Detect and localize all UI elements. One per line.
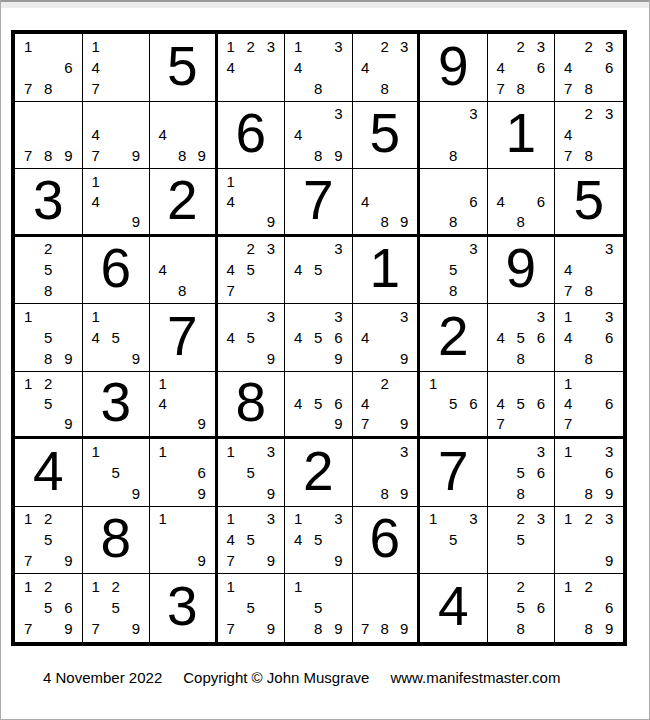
candidate-9: 9	[267, 621, 275, 636]
candidate-9: 9	[267, 214, 275, 229]
candidate-5: 5	[314, 262, 322, 277]
candidate-6: 6	[334, 396, 342, 411]
candidate-9: 9	[400, 621, 408, 636]
candidate-5: 5	[112, 600, 120, 615]
candidate-3: 3	[334, 511, 342, 526]
cell-r3c5[interactable]: 7	[285, 169, 353, 237]
cell-r8c2[interactable]: 8	[83, 507, 151, 575]
candidate-grid: 4569	[285, 372, 352, 437]
candidate-grid: 23478	[555, 102, 623, 169]
cell-r3c7[interactable]: 68	[420, 169, 488, 237]
candidate-8: 8	[517, 351, 525, 366]
candidate-3: 3	[400, 309, 408, 324]
cell-r9c6[interactable]: 789	[353, 574, 421, 642]
candidate-grid: 789	[15, 102, 82, 169]
candidate-5: 5	[112, 330, 120, 345]
candidate-7: 7	[361, 621, 369, 636]
candidate-grid: 149	[218, 169, 285, 234]
cell-r8c1[interactable]: 12579	[15, 507, 83, 575]
candidate-7: 7	[226, 553, 234, 568]
candidate-grid: 345	[285, 237, 352, 304]
candidate-2: 2	[585, 39, 593, 54]
candidate-1: 1	[564, 579, 572, 594]
cell-r7c3[interactable]: 169	[150, 439, 218, 507]
candidate-8: 8	[44, 81, 52, 96]
cell-r6c3[interactable]: 149	[150, 372, 218, 440]
candidate-grid: 13689	[555, 439, 623, 506]
candidate-grid: 234678	[555, 34, 623, 101]
candidate-9: 9	[64, 553, 72, 568]
cell-r5c6[interactable]: 349	[353, 304, 421, 372]
cell-r9c5[interactable]: 1589	[285, 574, 353, 642]
cell-r5c5[interactable]: 34569	[285, 304, 353, 372]
candidate-6: 6	[537, 465, 545, 480]
candidate-8: 8	[178, 283, 186, 298]
cell-r8c5[interactable]: 13459	[285, 507, 353, 575]
candidate-3: 3	[605, 39, 613, 54]
candidate-8: 8	[585, 283, 593, 298]
candidate-9: 9	[605, 621, 613, 636]
candidate-grid: 479	[83, 102, 150, 169]
cell-r4c1[interactable]: 258	[15, 237, 83, 305]
candidate-grid: 149	[150, 372, 215, 437]
cell-r7c2[interactable]: 159	[83, 439, 151, 507]
cell-r5c9[interactable]: 13468	[555, 304, 623, 372]
cell-r2c7[interactable]: 38	[420, 102, 488, 170]
candidate-grid: 258	[15, 237, 82, 304]
candidate-3: 3	[469, 106, 477, 121]
cell-value: 1	[369, 241, 400, 296]
candidate-9: 9	[605, 553, 613, 568]
candidate-grid: 789	[353, 574, 418, 642]
cell-r6c4[interactable]: 8	[218, 372, 286, 440]
cell-r3c9[interactable]: 5	[555, 169, 623, 237]
cell-r8c6[interactable]: 6	[353, 507, 421, 575]
sudoku-board: 1678147512341348234892346782346787894794…	[11, 30, 627, 646]
cell-r1c6[interactable]: 2348	[353, 34, 421, 102]
candidate-5: 5	[112, 465, 120, 480]
cell-r2c4[interactable]: 6	[218, 102, 286, 170]
candidate-9: 9	[267, 553, 275, 568]
candidate-9: 9	[400, 416, 408, 431]
candidate-4: 4	[361, 330, 369, 345]
candidate-4: 4	[361, 60, 369, 75]
cell-value: 2	[303, 444, 334, 499]
candidate-8: 8	[585, 486, 593, 501]
candidate-8: 8	[585, 351, 593, 366]
candidate-3: 3	[267, 241, 275, 256]
candidate-8: 8	[178, 148, 186, 163]
candidate-7: 7	[496, 416, 504, 431]
candidate-grid: 23457	[218, 237, 285, 304]
cell-value: 5	[573, 173, 604, 228]
candidate-3: 3	[537, 309, 545, 324]
candidate-grid: 4567	[488, 372, 555, 437]
candidate-1: 1	[226, 511, 234, 526]
candidate-9: 9	[132, 214, 140, 229]
cell-r5c1[interactable]: 1589	[15, 304, 83, 372]
cell-r3c2[interactable]: 149	[83, 169, 151, 237]
cell-value: 8	[100, 511, 131, 566]
candidate-2: 2	[44, 511, 52, 526]
cell-r7c8[interactable]: 3568	[488, 439, 556, 507]
candidate-3: 3	[605, 241, 613, 256]
candidate-6: 6	[469, 194, 477, 209]
cell-value: 5	[167, 39, 198, 94]
cell-r2c9[interactable]: 23478	[555, 102, 623, 170]
candidate-3: 3	[537, 444, 545, 459]
cell-value: 4	[33, 444, 64, 499]
cell-r4c5[interactable]: 345	[285, 237, 353, 305]
cell-r5c3[interactable]: 7	[150, 304, 218, 372]
cell-r6c9[interactable]: 1467	[555, 372, 623, 440]
candidate-1: 1	[159, 376, 167, 391]
candidate-8: 8	[44, 283, 52, 298]
candidate-grid: 358	[420, 237, 487, 304]
candidate-5: 5	[517, 600, 525, 615]
cell-r8c8[interactable]: 235	[488, 507, 556, 575]
candidate-5: 5	[449, 532, 457, 547]
candidate-5: 5	[44, 262, 52, 277]
candidate-1: 1	[226, 174, 234, 189]
candidate-5: 5	[44, 532, 52, 547]
cell-r1c2[interactable]: 147	[83, 34, 151, 102]
candidate-grid: 134579	[218, 507, 285, 574]
candidate-4: 4	[496, 396, 504, 411]
candidate-4: 4	[361, 194, 369, 209]
cell-r1c5[interactable]: 1348	[285, 34, 353, 102]
candidate-9: 9	[334, 148, 342, 163]
cell-r4c3[interactable]: 48	[150, 237, 218, 305]
cell-value: 2	[167, 173, 198, 228]
candidate-8: 8	[517, 214, 525, 229]
candidate-4: 4	[91, 127, 99, 142]
candidate-9: 9	[198, 416, 206, 431]
candidate-9: 9	[64, 148, 72, 163]
candidate-5: 5	[314, 396, 322, 411]
candidate-grid: 1459	[83, 304, 150, 371]
cell-r2c2[interactable]: 479	[83, 102, 151, 170]
candidate-4: 4	[226, 60, 234, 75]
candidate-grid: 489	[353, 169, 418, 234]
cell-r9c9[interactable]: 12689	[555, 574, 623, 642]
candidate-grid: 135	[420, 507, 487, 574]
candidate-5: 5	[314, 532, 322, 547]
candidate-9: 9	[334, 621, 342, 636]
candidate-grid: 34569	[285, 304, 352, 371]
candidate-3: 3	[267, 39, 275, 54]
candidate-4: 4	[294, 532, 302, 547]
candidate-1: 1	[91, 309, 99, 324]
candidate-5: 5	[517, 330, 525, 345]
candidate-7: 7	[361, 416, 369, 431]
candidate-2: 2	[44, 241, 52, 256]
cell-r3c6[interactable]: 489	[353, 169, 421, 237]
cell-r7c1[interactable]: 4	[15, 439, 83, 507]
cell-r8c7[interactable]: 135	[420, 507, 488, 575]
candidate-4: 4	[91, 60, 99, 75]
candidate-7: 7	[24, 81, 32, 96]
cell-r2c8[interactable]: 1	[488, 102, 556, 170]
candidate-9: 9	[334, 416, 342, 431]
candidate-5: 5	[247, 262, 255, 277]
cell-r7c7[interactable]: 7	[420, 439, 488, 507]
cell-value: 5	[369, 106, 400, 161]
cell-r1c3[interactable]: 5	[150, 34, 218, 102]
candidate-8: 8	[585, 621, 593, 636]
candidate-3: 3	[537, 39, 545, 54]
candidate-7: 7	[226, 283, 234, 298]
cell-r6c5[interactable]: 4569	[285, 372, 353, 440]
candidate-3: 3	[267, 511, 275, 526]
candidate-1: 1	[91, 174, 99, 189]
cell-r4c4[interactable]: 23457	[218, 237, 286, 305]
page-top-strip	[1, 0, 649, 8]
candidate-7: 7	[24, 621, 32, 636]
candidate-1: 1	[91, 444, 99, 459]
candidate-7: 7	[91, 621, 99, 636]
cell-value: 8	[235, 375, 266, 430]
candidate-9: 9	[334, 351, 342, 366]
candidate-9: 9	[605, 486, 613, 501]
candidate-grid: 1359	[218, 439, 285, 506]
candidate-9: 9	[400, 351, 408, 366]
candidate-1: 1	[564, 376, 572, 391]
candidate-9: 9	[198, 148, 206, 163]
candidate-4: 4	[159, 127, 167, 142]
cell-r4c9[interactable]: 3478	[555, 237, 623, 305]
candidate-6: 6	[537, 330, 545, 345]
cell-r3c1[interactable]: 3	[15, 169, 83, 237]
candidate-4: 4	[294, 60, 302, 75]
cell-r8c3[interactable]: 19	[150, 507, 218, 575]
candidate-grid: 1579	[218, 574, 285, 642]
candidate-9: 9	[198, 553, 206, 568]
cell-r6c8[interactable]: 4567	[488, 372, 556, 440]
cell-r5c7[interactable]: 2	[420, 304, 488, 372]
candidate-4: 4	[226, 262, 234, 277]
candidate-1: 1	[226, 444, 234, 459]
candidate-grid: 1234	[218, 34, 285, 101]
candidate-5: 5	[517, 465, 525, 480]
candidate-9: 9	[64, 416, 72, 431]
cell-r4c6[interactable]: 1	[353, 237, 421, 305]
cell-r5c2[interactable]: 1459	[83, 304, 151, 372]
candidate-4: 4	[91, 330, 99, 345]
candidate-3: 3	[605, 309, 613, 324]
candidate-5: 5	[517, 532, 525, 547]
candidate-6: 6	[605, 600, 613, 615]
candidate-5: 5	[247, 600, 255, 615]
cell-r1c7[interactable]: 9	[420, 34, 488, 102]
candidate-4: 4	[91, 194, 99, 209]
cell-r3c8[interactable]: 468	[488, 169, 556, 237]
candidate-4: 4	[361, 396, 369, 411]
candidate-1: 1	[91, 39, 99, 54]
candidate-grid: 34568	[488, 304, 555, 371]
candidate-2: 2	[517, 39, 525, 54]
cell-value: 3	[33, 173, 64, 228]
candidate-grid: 489	[150, 102, 215, 169]
cell-value: 7	[303, 173, 334, 228]
candidate-4: 4	[294, 262, 302, 277]
candidate-7: 7	[24, 553, 32, 568]
cell-r5c4[interactable]: 3459	[218, 304, 286, 372]
candidate-8: 8	[449, 148, 457, 163]
candidate-grid: 234678	[488, 34, 555, 101]
candidate-5: 5	[449, 262, 457, 277]
cell-r9c7[interactable]: 4	[420, 574, 488, 642]
candidate-6: 6	[334, 330, 342, 345]
cell-r9c2[interactable]: 12579	[83, 574, 151, 642]
candidate-3: 3	[334, 106, 342, 121]
cell-r2c1[interactable]: 789	[15, 102, 83, 170]
candidate-1: 1	[294, 39, 302, 54]
candidate-3: 3	[605, 106, 613, 121]
candidate-2: 2	[381, 376, 389, 391]
candidate-9: 9	[267, 486, 275, 501]
cell-r6c6[interactable]: 2479	[353, 372, 421, 440]
candidate-1: 1	[294, 579, 302, 594]
candidate-1: 1	[159, 511, 167, 526]
candidate-4: 4	[159, 262, 167, 277]
candidate-1: 1	[564, 309, 572, 324]
candidate-6: 6	[64, 60, 72, 75]
candidate-4: 4	[496, 194, 504, 209]
candidate-4: 4	[294, 396, 302, 411]
candidate-3: 3	[469, 241, 477, 256]
candidate-9: 9	[400, 214, 408, 229]
candidate-4: 4	[294, 330, 302, 345]
cell-value: 3	[100, 375, 131, 430]
candidate-8: 8	[44, 148, 52, 163]
cell-value: 2	[438, 309, 469, 364]
cell-r2c5[interactable]: 3489	[285, 102, 353, 170]
candidate-2: 2	[517, 511, 525, 526]
candidate-grid: 13468	[555, 304, 623, 371]
candidate-7: 7	[24, 148, 32, 163]
cell-r4c2[interactable]: 6	[83, 237, 151, 305]
cell-r1c4[interactable]: 1234	[218, 34, 286, 102]
cell-r6c7[interactable]: 156	[420, 372, 488, 440]
candidate-2: 2	[247, 241, 255, 256]
candidate-7: 7	[564, 81, 572, 96]
cell-r5c8[interactable]: 34568	[488, 304, 556, 372]
candidate-8: 8	[314, 148, 322, 163]
candidate-7: 7	[496, 81, 504, 96]
candidate-grid: 156	[420, 372, 487, 437]
cell-r3c4[interactable]: 149	[218, 169, 286, 237]
candidate-1: 1	[564, 511, 572, 526]
cell-value: 9	[438, 39, 469, 94]
candidate-grid: 149	[83, 169, 150, 234]
candidate-3: 3	[605, 511, 613, 526]
candidate-grid: 38	[420, 102, 487, 169]
candidate-grid: 2479	[353, 372, 418, 437]
cell-r6c2[interactable]: 3	[83, 372, 151, 440]
candidate-6: 6	[469, 396, 477, 411]
candidate-4: 4	[496, 330, 504, 345]
candidate-8: 8	[449, 214, 457, 229]
candidate-5: 5	[44, 600, 52, 615]
candidate-1: 1	[294, 511, 302, 526]
candidate-9: 9	[64, 351, 72, 366]
cell-r7c4[interactable]: 1359	[218, 439, 286, 507]
candidate-grid: 1589	[15, 304, 82, 371]
candidate-grid: 2348	[353, 34, 418, 101]
cell-r9c1[interactable]: 125679	[15, 574, 83, 642]
candidate-1: 1	[226, 39, 234, 54]
candidate-3: 3	[400, 444, 408, 459]
candidate-5: 5	[44, 396, 52, 411]
cell-r4c7[interactable]: 358	[420, 237, 488, 305]
candidate-7: 7	[564, 416, 572, 431]
cell-r7c9[interactable]: 13689	[555, 439, 623, 507]
candidate-6: 6	[605, 396, 613, 411]
cell-r2c3[interactable]: 489	[150, 102, 218, 170]
footer-website: www.manifestmaster.com	[390, 669, 560, 686]
cell-r9c4[interactable]: 1579	[218, 574, 286, 642]
cell-r8c4[interactable]: 134579	[218, 507, 286, 575]
candidate-2: 2	[585, 579, 593, 594]
candidate-3: 3	[334, 309, 342, 324]
cell-r6c1[interactable]: 1259	[15, 372, 83, 440]
candidate-2: 2	[381, 39, 389, 54]
candidate-9: 9	[198, 486, 206, 501]
candidate-6: 6	[537, 396, 545, 411]
cell-r1c9[interactable]: 234678	[555, 34, 623, 102]
cell-r1c1[interactable]: 1678	[15, 34, 83, 102]
cell-value: 1	[505, 106, 536, 161]
candidate-8: 8	[517, 81, 525, 96]
candidate-grid: 169	[150, 439, 215, 506]
cell-value: 6	[100, 241, 131, 296]
candidate-6: 6	[198, 465, 206, 480]
cell-r7c6[interactable]: 389	[353, 439, 421, 507]
candidate-5: 5	[44, 330, 52, 345]
candidate-8: 8	[449, 283, 457, 298]
candidate-4: 4	[226, 330, 234, 345]
candidate-4: 4	[294, 127, 302, 142]
cell-r8c9[interactable]: 1239	[555, 507, 623, 575]
cell-r9c3[interactable]: 3	[150, 574, 218, 642]
cell-r3c3[interactable]: 2	[150, 169, 218, 237]
candidate-1: 1	[24, 309, 32, 324]
candidate-grid: 68	[420, 169, 487, 234]
footer-date: 4 November 2022	[43, 669, 162, 686]
cell-r4c8[interactable]: 9	[488, 237, 556, 305]
candidate-9: 9	[64, 621, 72, 636]
cell-value: 4	[438, 579, 469, 634]
candidate-grid: 1348	[285, 34, 352, 101]
candidate-4: 4	[226, 532, 234, 547]
candidate-4: 4	[226, 194, 234, 209]
candidate-3: 3	[537, 511, 545, 526]
cell-r2c6[interactable]: 5	[353, 102, 421, 170]
cell-r1c8[interactable]: 234678	[488, 34, 556, 102]
cell-r7c5[interactable]: 2	[285, 439, 353, 507]
candidate-2: 2	[585, 106, 593, 121]
candidate-4: 4	[564, 127, 572, 142]
candidate-8: 8	[517, 486, 525, 501]
cell-r9c8[interactable]: 2568	[488, 574, 556, 642]
puzzle-page: 1678147512341348234892346782346787894794…	[0, 0, 650, 720]
candidate-2: 2	[585, 511, 593, 526]
candidate-9: 9	[400, 486, 408, 501]
candidate-4: 4	[564, 262, 572, 277]
candidate-grid: 19	[150, 507, 215, 574]
candidate-grid: 147	[83, 34, 150, 101]
